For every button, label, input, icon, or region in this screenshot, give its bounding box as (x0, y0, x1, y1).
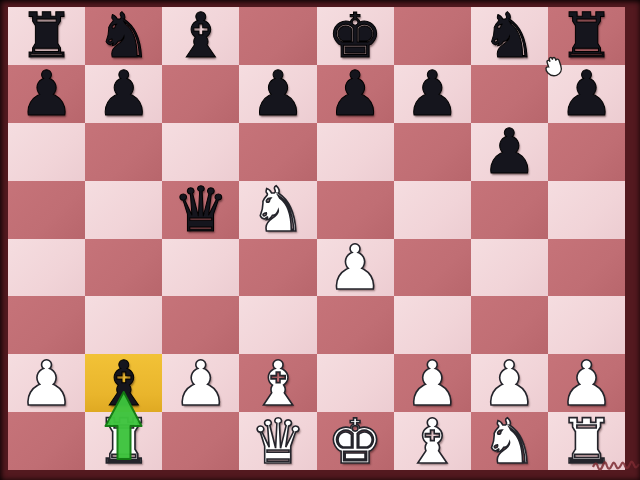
piece-white-pawn[interactable]: ♟ (173, 355, 229, 412)
video-frame: ♜♞♝♚♞♜♟♟♟♟♟♟♟♛♞♟♟♝♟♝♟♟♟♜♛♚♝♞♜ (0, 0, 640, 480)
square-a2[interactable]: ♟ (8, 354, 85, 412)
square-b3[interactable] (85, 296, 162, 354)
square-d2[interactable]: ♝ (239, 354, 316, 412)
square-e2[interactable] (317, 354, 394, 412)
piece-white-knight[interactable]: ♞ (250, 181, 306, 238)
square-g2[interactable]: ♟ (471, 354, 548, 412)
square-e8[interactable]: ♚ (317, 7, 394, 65)
square-e1[interactable]: ♚ (317, 412, 394, 470)
square-e6[interactable] (317, 123, 394, 181)
piece-black-queen[interactable]: ♛ (173, 181, 229, 238)
piece-black-pawn[interactable]: ♟ (96, 65, 152, 122)
square-e7[interactable]: ♟ (317, 65, 394, 123)
square-b2[interactable]: ♝ (85, 354, 162, 412)
piece-white-king[interactable]: ♚ (327, 413, 383, 470)
piece-white-queen[interactable]: ♛ (250, 413, 306, 470)
square-b1[interactable]: ♜ (85, 412, 162, 470)
square-f5[interactable] (394, 181, 471, 239)
square-g1[interactable]: ♞ (471, 412, 548, 470)
square-h3[interactable] (548, 296, 625, 354)
piece-black-rook[interactable]: ♜ (559, 7, 615, 64)
piece-black-king[interactable]: ♚ (327, 7, 383, 64)
square-b4[interactable] (85, 239, 162, 297)
piece-white-rook[interactable]: ♜ (559, 413, 615, 470)
square-g7[interactable] (471, 65, 548, 123)
square-b8[interactable]: ♞ (85, 7, 162, 65)
square-c4[interactable] (162, 239, 239, 297)
piece-black-bishop[interactable]: ♝ (96, 355, 152, 412)
square-f4[interactable] (394, 239, 471, 297)
square-a8[interactable]: ♜ (8, 7, 85, 65)
square-f3[interactable] (394, 296, 471, 354)
square-b5[interactable] (85, 181, 162, 239)
piece-white-bishop[interactable]: ♝ (404, 413, 460, 470)
square-f1[interactable]: ♝ (394, 412, 471, 470)
square-h5[interactable] (548, 181, 625, 239)
square-f2[interactable]: ♟ (394, 354, 471, 412)
square-c5[interactable]: ♛ (162, 181, 239, 239)
piece-black-pawn[interactable]: ♟ (19, 65, 75, 122)
square-a6[interactable] (8, 123, 85, 181)
square-a7[interactable]: ♟ (8, 65, 85, 123)
piece-white-pawn[interactable]: ♟ (19, 355, 75, 412)
square-e5[interactable] (317, 181, 394, 239)
piece-black-rook[interactable]: ♜ (19, 7, 75, 64)
square-g3[interactable] (471, 296, 548, 354)
square-h8[interactable]: ♜ (548, 7, 625, 65)
piece-white-bishop[interactable]: ♝ (250, 355, 306, 412)
square-d6[interactable] (239, 123, 316, 181)
piece-white-rook[interactable]: ♜ (96, 413, 152, 470)
piece-white-pawn[interactable]: ♟ (404, 355, 460, 412)
square-g6[interactable]: ♟ (471, 123, 548, 181)
square-a4[interactable] (8, 239, 85, 297)
square-e4[interactable]: ♟ (317, 239, 394, 297)
square-d3[interactable] (239, 296, 316, 354)
square-g4[interactable] (471, 239, 548, 297)
square-h6[interactable] (548, 123, 625, 181)
square-c6[interactable] (162, 123, 239, 181)
square-f8[interactable] (394, 7, 471, 65)
piece-black-pawn[interactable]: ♟ (250, 65, 306, 122)
square-c2[interactable]: ♟ (162, 354, 239, 412)
chess-board: ♜♞♝♚♞♜♟♟♟♟♟♟♟♛♞♟♟♝♟♝♟♟♟♜♛♚♝♞♜ (8, 7, 625, 470)
square-c1[interactable] (162, 412, 239, 470)
piece-white-pawn[interactable]: ♟ (559, 355, 615, 412)
square-b7[interactable]: ♟ (85, 65, 162, 123)
square-h4[interactable] (548, 239, 625, 297)
piece-black-pawn[interactable]: ♟ (559, 65, 615, 122)
piece-white-knight[interactable]: ♞ (482, 413, 538, 470)
square-d7[interactable]: ♟ (239, 65, 316, 123)
piece-black-pawn[interactable]: ♟ (327, 65, 383, 122)
square-c3[interactable] (162, 296, 239, 354)
square-e3[interactable] (317, 296, 394, 354)
square-c8[interactable]: ♝ (162, 7, 239, 65)
square-f6[interactable] (394, 123, 471, 181)
square-g8[interactable]: ♞ (471, 7, 548, 65)
square-h7[interactable]: ♟ (548, 65, 625, 123)
square-b6[interactable] (85, 123, 162, 181)
piece-white-pawn[interactable]: ♟ (482, 355, 538, 412)
square-g5[interactable] (471, 181, 548, 239)
square-a1[interactable] (8, 412, 85, 470)
square-a3[interactable] (8, 296, 85, 354)
piece-black-knight[interactable]: ♞ (482, 7, 538, 64)
square-h1[interactable]: ♜ (548, 412, 625, 470)
piece-black-pawn[interactable]: ♟ (404, 65, 460, 122)
square-h2[interactable]: ♟ (548, 354, 625, 412)
square-d1[interactable]: ♛ (239, 412, 316, 470)
piece-black-knight[interactable]: ♞ (96, 7, 152, 64)
square-d4[interactable] (239, 239, 316, 297)
piece-black-pawn[interactable]: ♟ (482, 123, 538, 180)
square-d5[interactable]: ♞ (239, 181, 316, 239)
piece-black-bishop[interactable]: ♝ (173, 7, 229, 64)
square-a5[interactable] (8, 181, 85, 239)
piece-white-pawn[interactable]: ♟ (327, 239, 383, 296)
square-c7[interactable] (162, 65, 239, 123)
square-f7[interactable]: ♟ (394, 65, 471, 123)
square-d8[interactable] (239, 7, 316, 65)
